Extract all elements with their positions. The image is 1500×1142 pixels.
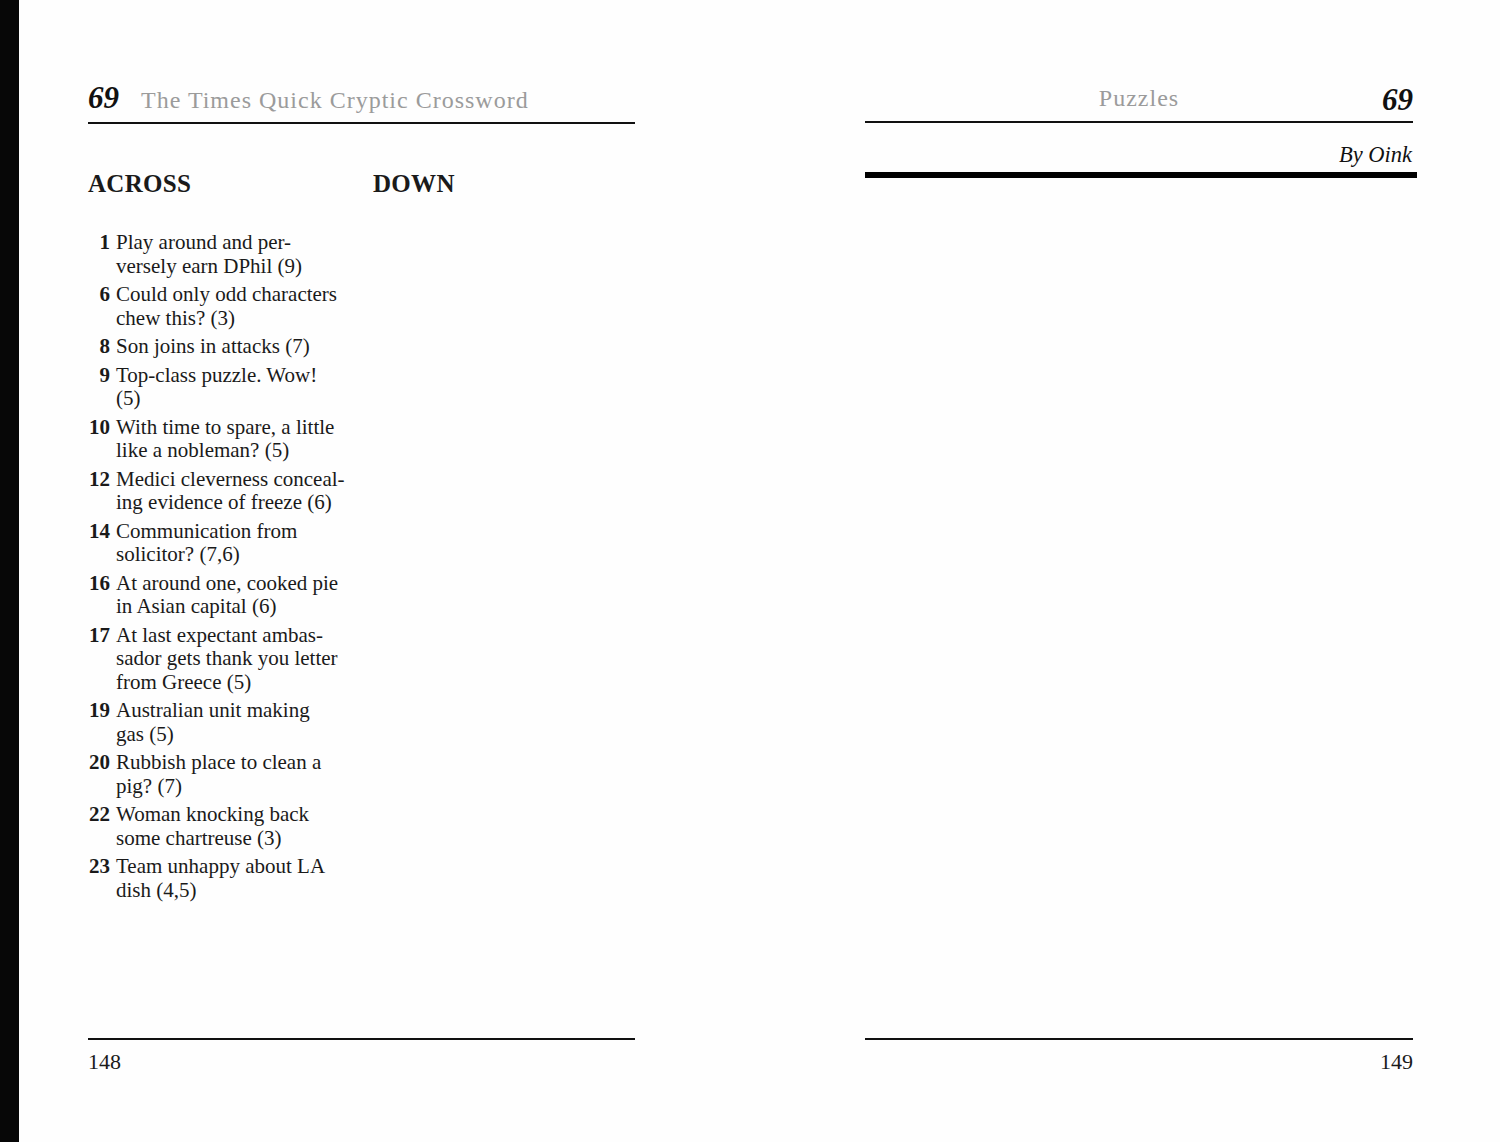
across-heading: ACROSS xyxy=(88,170,353,198)
clue-item: 9Top-class puzzle. Wow! (5) xyxy=(88,364,353,411)
clues-area: ACROSS 1Play around and per- versely ear… xyxy=(88,170,635,907)
clue-item: 19Australian unit making gas (5) xyxy=(88,699,353,746)
clue-number: 9 xyxy=(88,364,110,411)
clue-number: 22 xyxy=(88,803,110,850)
clue-text: Play around and per- versely earn DPhil … xyxy=(116,231,302,278)
clue-number: 17 xyxy=(88,624,110,695)
down-heading: DOWN xyxy=(373,170,635,198)
clue-text: With time to spare, a little like a nobl… xyxy=(116,416,334,463)
left-page-footer: 148 xyxy=(88,1038,635,1075)
clue-number: 16 xyxy=(88,572,110,619)
right-page-number: 149 xyxy=(1380,1049,1413,1074)
clue-text: Rubbish place to clean a pig? (7) xyxy=(116,751,321,798)
clue-number: 12 xyxy=(88,468,110,515)
section-title: Puzzles xyxy=(1099,82,1179,114)
right-page-header: Puzzles 69 xyxy=(865,82,1413,123)
clue-item: 14Communication from solicitor? (7,6) xyxy=(88,520,353,567)
clue-item: 16At around one, cooked pie in Asian cap… xyxy=(88,572,353,619)
puzzle-number: 69 xyxy=(1382,84,1413,116)
clue-text: Son joins in attacks (7) xyxy=(116,335,310,359)
book-spine-edge xyxy=(0,0,19,1142)
clue-text: Team unhappy about LA dish (4,5) xyxy=(116,855,325,902)
clue-number: 23 xyxy=(88,855,110,902)
clue-text: Australian unit making gas (5) xyxy=(116,699,310,746)
clue-number: 6 xyxy=(88,283,110,330)
left-page-header: 69 The Times Quick Cryptic Crossword xyxy=(88,82,635,124)
clue-item: 12Medici cleverness conceal- ing evidenc… xyxy=(88,468,353,515)
right-page: Puzzles 69 By Oink 149 xyxy=(865,0,1413,1142)
clue-number: 20 xyxy=(88,751,110,798)
clue-text: Top-class puzzle. Wow! (5) xyxy=(116,364,317,411)
clue-item: 17At last expectant ambas- sador gets th… xyxy=(88,624,353,695)
clue-number: 1 xyxy=(88,231,110,278)
clue-number: 14 xyxy=(88,520,110,567)
down-column: DOWN xyxy=(373,170,635,907)
across-column: ACROSS 1Play around and per- versely ear… xyxy=(88,170,353,907)
left-page: 69 The Times Quick Cryptic Crossword ACR… xyxy=(88,0,635,1142)
clue-text: Could only odd characters chew this? (3) xyxy=(116,283,337,330)
clue-item: 1Play around and per- versely earn DPhil… xyxy=(88,231,353,278)
clue-item: 23Team unhappy about LA dish (4,5) xyxy=(88,855,353,902)
left-page-number: 148 xyxy=(88,1049,121,1074)
right-page-footer: 149 xyxy=(865,1038,1413,1075)
crossword-grid xyxy=(865,172,1417,178)
clue-text: Woman knocking back some chartreuse (3) xyxy=(116,803,309,850)
clue-number: 10 xyxy=(88,416,110,463)
clue-item: 6Could only odd characters chew this? (3… xyxy=(88,283,353,330)
clue-text: Medici cleverness conceal- ing evidence … xyxy=(116,468,345,515)
clue-text: At last expectant ambas- sador gets than… xyxy=(116,624,338,695)
setter-byline: By Oink xyxy=(1339,142,1412,168)
puzzle-number: 69 xyxy=(88,82,119,114)
clue-text: At around one, cooked pie in Asian capit… xyxy=(116,572,338,619)
clue-item: 10With time to spare, a little like a no… xyxy=(88,416,353,463)
clue-item: 22Woman knocking back some chartreuse (3… xyxy=(88,803,353,850)
clue-number: 8 xyxy=(88,335,110,359)
book-title: The Times Quick Cryptic Crossword xyxy=(141,85,529,115)
clue-item: 8Son joins in attacks (7) xyxy=(88,335,353,359)
across-clues: 1Play around and per- versely earn DPhil… xyxy=(88,231,353,902)
clue-text: Communication from solicitor? (7,6) xyxy=(116,520,297,567)
clue-item: 20Rubbish place to clean a pig? (7) xyxy=(88,751,353,798)
clue-number: 19 xyxy=(88,699,110,746)
